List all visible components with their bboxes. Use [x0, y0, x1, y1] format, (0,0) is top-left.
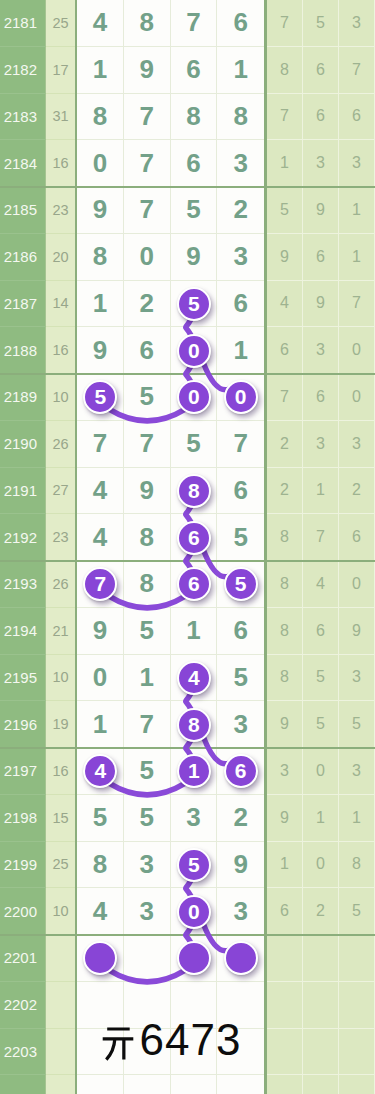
right-digit-cell: 2	[303, 888, 339, 935]
right-digit-cell: 8	[267, 514, 303, 561]
sum-cell: 23	[46, 187, 75, 234]
right-digit-cell: 6	[303, 94, 339, 141]
marked-digit: 0	[177, 380, 211, 414]
marked-digit: 8	[177, 708, 211, 742]
sum-cell: 10	[46, 374, 75, 421]
row-2185: 2185239752591	[0, 187, 375, 234]
right-digit-cell: 2	[267, 468, 303, 515]
section-divider	[0, 747, 375, 750]
digit-cell: 8	[171, 94, 218, 141]
digit-cell: 1	[217, 47, 264, 94]
digit-cell	[217, 1075, 264, 1094]
right-digit-cell: 6	[303, 47, 339, 94]
right-digit-cell: 5	[303, 655, 339, 702]
marked-digit: 6	[224, 754, 258, 788]
digit-cell: 0	[77, 655, 124, 702]
digit-cell: 4	[77, 0, 124, 47]
digit-cell	[124, 1075, 171, 1094]
issue-cell: 2183	[0, 94, 46, 141]
marked-digit: 5	[177, 848, 211, 882]
right-digit-cell: 6	[267, 888, 303, 935]
digit-cell	[124, 935, 171, 982]
marked-digit: 8	[177, 474, 211, 508]
right-digit-cell	[339, 935, 375, 982]
digit-cell: 6	[217, 281, 264, 328]
right-digit-cell: 0	[339, 561, 375, 608]
issue-cell: 2187	[0, 281, 46, 328]
right-digit-cell: 1	[267, 140, 303, 187]
digit-cell: 7	[124, 140, 171, 187]
section-divider	[0, 934, 375, 937]
right-digit-cell: 0	[339, 374, 375, 421]
issue-cell: 2192	[0, 514, 46, 561]
digit-cell: 3	[217, 140, 264, 187]
right-digit-cell	[303, 1029, 339, 1076]
right-digit-cell: 9	[267, 234, 303, 281]
right-digit-cell	[267, 1075, 303, 1094]
digit-cell: 9	[171, 234, 218, 281]
sum-cell: 17	[46, 47, 75, 94]
right-digit-cell: 1	[267, 842, 303, 889]
right-digit-cell	[339, 1075, 375, 1094]
issue-cell: 2188	[0, 327, 46, 374]
digit-cell: 7	[124, 421, 171, 468]
digit-cell: 0	[124, 234, 171, 281]
right-digit-cell: 4	[267, 281, 303, 328]
right-digit-cell: 1	[339, 795, 375, 842]
digit-cell: 4	[77, 888, 124, 935]
right-digit-cell: 3	[339, 748, 375, 795]
right-digit-cell: 9	[303, 187, 339, 234]
digit-cell: 8	[217, 94, 264, 141]
digit-cell: 8	[77, 234, 124, 281]
issue-cell: 2196	[0, 701, 46, 748]
right-digit-cell: 6	[267, 327, 303, 374]
sum-cell	[46, 935, 75, 982]
digit-cell: 4	[77, 468, 124, 515]
digit-cell: 5	[171, 421, 218, 468]
sum-cell: 15	[46, 795, 75, 842]
issue-cell: 2200	[0, 888, 46, 935]
right-digit-cell: 8	[267, 608, 303, 655]
issue-cell: 2194	[0, 608, 46, 655]
right-digit-cell: 0	[303, 842, 339, 889]
row-2182: 2182171961867	[0, 47, 375, 94]
right-digit-cell: 3	[303, 327, 339, 374]
marked-digit: 5	[224, 567, 258, 601]
right-digit-cell: 3	[339, 655, 375, 702]
right-digit-cell: 9	[339, 608, 375, 655]
sum-cell: 25	[46, 0, 75, 47]
marked-dot	[224, 941, 258, 975]
right-digit-cell	[303, 1075, 339, 1094]
issue-cell	[0, 1075, 46, 1094]
sum-cell: 20	[46, 234, 75, 281]
sum-cell	[46, 982, 75, 1029]
digit-cell: 7	[124, 701, 171, 748]
marked-digit: 0	[224, 380, 258, 414]
digit-cell: 8	[124, 0, 171, 47]
row-2184: 2184160763133	[0, 140, 375, 187]
digit-cell: 5	[217, 655, 264, 702]
right-digit-cell: 7	[267, 374, 303, 421]
digit-cell: 7	[124, 94, 171, 141]
issue-cell: 2181	[0, 0, 46, 47]
right-digit-cell: 7	[303, 514, 339, 561]
right-digit-cell: 1	[339, 187, 375, 234]
row-2190: 2190267757233	[0, 421, 375, 468]
row-partial	[0, 1075, 375, 1094]
right-digit-cell: 1	[303, 468, 339, 515]
right-digit-cell	[339, 1029, 375, 1076]
right-digit-cell	[303, 935, 339, 982]
row-2186: 2186208093961	[0, 234, 375, 281]
section-divider	[0, 186, 375, 189]
sum-cell: 10	[46, 655, 75, 702]
right-digit-cell: 6	[303, 374, 339, 421]
sum-cell	[46, 1075, 75, 1094]
digit-cell: 2	[217, 795, 264, 842]
digit-cell: 1	[171, 608, 218, 655]
section-divider	[0, 373, 375, 376]
right-digit-cell: 0	[303, 748, 339, 795]
right-digit-cell: 7	[267, 94, 303, 141]
issue-cell: 2198	[0, 795, 46, 842]
draw-result: 6473	[77, 1011, 264, 1069]
digit-cell: 9	[124, 47, 171, 94]
digit-cell	[171, 1075, 218, 1094]
digit-cell: 6	[171, 140, 218, 187]
digit-cell: 3	[124, 842, 171, 889]
digit-cell: 5	[217, 514, 264, 561]
section-divider	[0, 560, 375, 563]
right-digit-cell: 2	[267, 421, 303, 468]
marked-digit: 0	[177, 895, 211, 929]
right-digit-cell: 7	[339, 281, 375, 328]
row-2183: 2183318788766	[0, 94, 375, 141]
digit-cell: 6	[217, 468, 264, 515]
digit-cell: 3	[171, 795, 218, 842]
digit-cell: 9	[217, 842, 264, 889]
issue-cell: 2185	[0, 187, 46, 234]
digit-cell: 8	[77, 94, 124, 141]
digit-cell: 3	[217, 701, 264, 748]
digit-cell: 8	[124, 514, 171, 561]
right-digit-cell	[267, 982, 303, 1029]
right-digit-cell: 3	[339, 421, 375, 468]
sum-cell: 19	[46, 701, 75, 748]
digit-cell: 1	[77, 281, 124, 328]
issue-cell: 2184	[0, 140, 46, 187]
digit-cell: 8	[77, 842, 124, 889]
right-digit-cell: 7	[267, 0, 303, 47]
issue-cell: 2191	[0, 468, 46, 515]
right-digit-cell: 3	[267, 748, 303, 795]
digit-cell: 5	[124, 374, 171, 421]
right-digit-cell: 5	[339, 701, 375, 748]
right-digit-cell: 1	[303, 795, 339, 842]
right-digit-cell	[267, 935, 303, 982]
digit-cell: 2	[217, 187, 264, 234]
marked-digit: 4	[177, 661, 211, 695]
digit-cell: 7	[217, 421, 264, 468]
digit-cell: 9	[77, 327, 124, 374]
left-section-border	[75, 0, 77, 1094]
digit-cell: 6	[217, 608, 264, 655]
right-digit-cell: 6	[339, 94, 375, 141]
trend-board: 2181254876753218217196186721833187887662…	[0, 0, 375, 1094]
digit-cell: 6	[124, 327, 171, 374]
sum-cell: 10	[46, 888, 75, 935]
right-digit-cell: 3	[339, 140, 375, 187]
issue-cell: 2199	[0, 842, 46, 889]
right-digit-cell: 2	[339, 468, 375, 515]
digit-cell: 5	[171, 187, 218, 234]
right-digit-cell: 6	[339, 514, 375, 561]
sum-cell: 27	[46, 468, 75, 515]
issue-cell: 2197	[0, 748, 46, 795]
right-digit-cell	[267, 1029, 303, 1076]
right-digit-cell: 9	[267, 795, 303, 842]
right-digit-cell: 5	[303, 0, 339, 47]
marked-digit: 6	[177, 567, 211, 601]
digit-cell: 1	[77, 47, 124, 94]
marked-digit: 5	[177, 287, 211, 321]
sum-cell	[46, 1029, 75, 1076]
right-digit-cell: 5	[267, 187, 303, 234]
sum-cell: 23	[46, 514, 75, 561]
issue-cell: 2193	[0, 561, 46, 608]
digit-cell: 7	[124, 187, 171, 234]
right-digit-cell: 0	[339, 327, 375, 374]
right-digit-cell: 5	[303, 701, 339, 748]
sum-cell: 31	[46, 94, 75, 141]
digit-cell: 9	[124, 468, 171, 515]
marked-digit: 6	[177, 521, 211, 555]
right-digit-cell: 9	[303, 281, 339, 328]
right-digit-cell: 8	[267, 655, 303, 702]
digit-cell: 5	[77, 795, 124, 842]
draw-result-number: 6473	[140, 1015, 242, 1065]
digit-cell: 1	[124, 655, 171, 702]
issue-cell: 2182	[0, 47, 46, 94]
right-section-border	[264, 0, 267, 1094]
digit-cell: 3	[217, 234, 264, 281]
issue-cell: 2202	[0, 982, 46, 1029]
digit-cell: 8	[124, 561, 171, 608]
digit-cell	[77, 1075, 124, 1094]
digit-cell: 6	[217, 0, 264, 47]
right-digit-cell: 8	[339, 842, 375, 889]
row-2181: 2181254876753	[0, 0, 375, 47]
row-2194: 2194219516869	[0, 608, 375, 655]
sum-cell: 16	[46, 748, 75, 795]
issue-cell: 2186	[0, 234, 46, 281]
right-digit-cell: 6	[303, 608, 339, 655]
digit-cell: 6	[171, 47, 218, 94]
digit-cell: 4	[77, 514, 124, 561]
digit-cell: 5	[124, 795, 171, 842]
sum-cell: 16	[46, 327, 75, 374]
right-digit-cell: 3	[339, 0, 375, 47]
right-digit-cell	[303, 982, 339, 1029]
issue-cell: 2190	[0, 421, 46, 468]
marked-digit: 0	[177, 334, 211, 368]
sum-cell: 26	[46, 421, 75, 468]
sum-cell: 25	[46, 842, 75, 889]
sum-cell: 21	[46, 608, 75, 655]
digit-cell: 3	[124, 888, 171, 935]
digit-cell: 9	[77, 187, 124, 234]
digit-cell: 2	[124, 281, 171, 328]
right-digit-cell: 4	[303, 561, 339, 608]
right-digit-cell: 8	[267, 561, 303, 608]
right-digit-cell: 3	[303, 421, 339, 468]
digit-cell: 0	[77, 140, 124, 187]
issue-cell: 2201	[0, 935, 46, 982]
digit-cell: 1	[217, 327, 264, 374]
right-digit-cell	[339, 982, 375, 1029]
digit-cell: 9	[77, 608, 124, 655]
issue-cell: 2203	[0, 1029, 46, 1076]
issue-cell: 2195	[0, 655, 46, 702]
right-digit-cell: 6	[303, 234, 339, 281]
marked-digit: 1	[177, 754, 211, 788]
sum-cell: 26	[46, 561, 75, 608]
digit-cell: 3	[217, 888, 264, 935]
right-digit-cell: 3	[303, 140, 339, 187]
issue-cell: 2189	[0, 374, 46, 421]
sum-cell: 16	[46, 140, 75, 187]
marked-dot	[177, 941, 211, 975]
right-digit-cell: 7	[339, 47, 375, 94]
right-digit-cell: 5	[339, 888, 375, 935]
sum-cell: 14	[46, 281, 75, 328]
digit-cell: 5	[124, 748, 171, 795]
digit-cell: 5	[124, 608, 171, 655]
right-digit-cell: 9	[267, 701, 303, 748]
digit-cell: 7	[171, 0, 218, 47]
digit-cell: 7	[77, 421, 124, 468]
right-digit-cell: 1	[339, 234, 375, 281]
digit-cell: 1	[77, 701, 124, 748]
row-2198: 2198155532911	[0, 795, 375, 842]
right-digit-cell: 8	[267, 47, 303, 94]
kai-character	[100, 1022, 136, 1063]
